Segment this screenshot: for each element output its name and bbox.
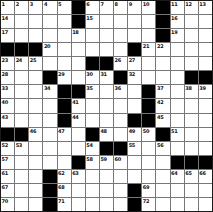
cell-r5-c2[interactable]: 24 [15, 57, 28, 70]
cell-r6-c11[interactable] [142, 71, 155, 84]
cell-r13-c4-block [43, 170, 56, 183]
cell-r6-c13[interactable] [171, 71, 184, 84]
cell-r11-c4[interactable] [43, 142, 56, 155]
cell-r9-c8[interactable] [100, 114, 113, 127]
cell-r2-c10[interactable] [128, 15, 141, 28]
cell-r4-c9[interactable] [114, 43, 127, 56]
clue-number-51: 51 [171, 128, 177, 134]
cell-r8-c14[interactable] [185, 99, 198, 112]
clue-number-57: 57 [2, 156, 8, 162]
cell-r1-c12-block [156, 1, 169, 14]
clue-number-52: 52 [2, 142, 8, 148]
cell-r12-c6-block [72, 156, 85, 169]
cell-r5-c12[interactable] [156, 57, 169, 70]
cell-r6-c14-block [185, 71, 198, 84]
clue-number-10: 10 [143, 1, 149, 7]
cell-r9-c10-block [128, 114, 141, 127]
cell-r13-c6[interactable]: 63 [72, 170, 85, 183]
clue-number-65: 65 [185, 170, 191, 176]
cell-r11-c8-block [100, 142, 113, 155]
cell-r9-c9[interactable] [114, 114, 127, 127]
cell-r15-c2[interactable] [15, 198, 28, 211]
clue-number-47: 47 [58, 128, 64, 134]
cell-r9-c15[interactable] [199, 114, 212, 127]
cell-r2-c15[interactable] [199, 15, 212, 28]
cell-r6-c8[interactable]: 31 [100, 71, 113, 84]
cell-r10-c13[interactable]: 51 [171, 128, 184, 141]
cell-r11-c9-block [114, 142, 127, 155]
cell-r13-c13[interactable]: 64 [171, 170, 184, 183]
cell-r1-c8[interactable]: 7 [100, 1, 113, 14]
clue-number-60: 60 [115, 156, 121, 162]
clue-number-19: 19 [171, 29, 177, 35]
clue-number-13: 13 [199, 1, 205, 7]
cell-r4-c7[interactable] [86, 43, 99, 56]
cell-r6-c1[interactable]: 28 [1, 71, 14, 84]
cell-r13-c9[interactable] [114, 170, 127, 183]
clue-number-2: 2 [16, 1, 19, 7]
cell-r15-c4-block [43, 198, 56, 211]
cell-r6-c15-block [199, 71, 212, 84]
cell-r2-c14[interactable] [185, 15, 198, 28]
cell-r3-c6[interactable]: 18 [72, 29, 85, 42]
cell-r14-c4-block [43, 184, 56, 197]
cell-r6-c6[interactable] [72, 71, 85, 84]
cell-r12-c3[interactable] [29, 156, 42, 169]
cell-r14-c9[interactable] [114, 184, 127, 197]
cell-r15-c5[interactable]: 71 [58, 198, 71, 211]
cell-r5-c3[interactable]: 25 [29, 57, 42, 70]
cell-r13-c1[interactable]: 61 [1, 170, 14, 183]
clue-number-39: 39 [199, 85, 205, 91]
clue-number-6: 6 [86, 1, 89, 7]
cell-r7-c8[interactable] [100, 85, 113, 98]
cell-r4-c14[interactable] [185, 43, 198, 56]
clue-number-27: 27 [129, 57, 135, 63]
cell-r8-c13[interactable] [171, 99, 184, 112]
clue-number-54: 54 [86, 142, 92, 148]
cell-r2-c13[interactable]: 16 [171, 15, 184, 28]
cell-r5-c14[interactable] [185, 57, 198, 70]
cell-r5-c5[interactable] [58, 57, 71, 70]
cell-r2-c9[interactable] [114, 15, 127, 28]
cell-r12-c14-block [185, 156, 198, 169]
cell-r4-c12[interactable]: 22 [156, 43, 169, 56]
cell-r15-c3[interactable] [29, 198, 42, 211]
cell-r4-c2-block [15, 43, 28, 56]
cell-r8-c10[interactable] [128, 99, 141, 112]
cell-r2-c8[interactable] [100, 15, 113, 28]
cell-r1-c9[interactable]: 8 [114, 1, 127, 14]
crossword-puzzle: 1234567891011121314151617181920212223242… [0, 0, 213, 212]
cell-r2-c6-block [72, 15, 85, 28]
cell-r1-c15[interactable]: 13 [199, 1, 212, 14]
cell-r3-c9[interactable] [114, 29, 127, 42]
cell-r5-c4[interactable] [43, 57, 56, 70]
cell-r10-c4[interactable] [43, 128, 56, 141]
cell-r14-c12[interactable] [156, 184, 169, 197]
cell-r10-c1-block [1, 128, 14, 141]
cell-r11-c15[interactable] [199, 142, 212, 155]
cell-r8-c6[interactable]: 41 [72, 99, 85, 112]
cell-r9-c2[interactable] [15, 114, 28, 127]
clue-number-14: 14 [2, 15, 8, 21]
cell-r12-c15-block [199, 156, 212, 169]
cell-r3-c11[interactable] [142, 29, 155, 42]
cell-r12-c12[interactable] [156, 156, 169, 169]
cell-r14-c14[interactable] [185, 184, 198, 197]
cell-r2-c4[interactable] [43, 15, 56, 28]
cell-r14-c3[interactable] [29, 184, 42, 197]
cell-r10-c9[interactable] [114, 128, 127, 141]
cell-r13-c7[interactable] [86, 170, 99, 183]
clue-number-11: 11 [171, 1, 177, 7]
clue-number-71: 71 [58, 198, 64, 204]
cell-r2-c11[interactable] [142, 15, 155, 28]
clue-number-64: 64 [171, 170, 177, 176]
clue-number-62: 62 [58, 170, 64, 176]
clue-number-38: 38 [185, 85, 191, 91]
clue-number-28: 28 [2, 71, 8, 77]
cell-r11-c6[interactable] [72, 142, 85, 155]
clue-number-49: 49 [129, 128, 135, 134]
cell-r13-c2[interactable] [15, 170, 28, 183]
cell-r2-c5[interactable] [58, 15, 71, 28]
cell-r8-c9[interactable] [114, 99, 127, 112]
cell-r1-c10[interactable]: 9 [128, 1, 141, 14]
cell-r4-c6[interactable] [72, 43, 85, 56]
cell-r11-c2[interactable]: 53 [15, 142, 28, 155]
cell-r9-c14[interactable] [185, 114, 198, 127]
cell-r6-c2[interactable] [15, 71, 28, 84]
cell-r15-c7[interactable] [86, 198, 99, 211]
cell-r12-c7[interactable]: 58 [86, 156, 99, 169]
cell-r12-c1[interactable]: 57 [1, 156, 14, 169]
cell-r15-c9[interactable] [114, 198, 127, 211]
cell-r10-c8[interactable]: 48 [100, 128, 113, 141]
clue-number-53: 53 [16, 142, 22, 148]
cell-r14-c6[interactable] [72, 184, 85, 197]
cell-r12-c9[interactable]: 60 [114, 156, 127, 169]
cell-r6-c7[interactable]: 30 [86, 71, 99, 84]
cell-r15-c15[interactable] [199, 198, 212, 211]
cell-r8-c2[interactable] [15, 99, 28, 112]
cell-r1-c3[interactable]: 3 [29, 1, 42, 14]
cell-r9-c1[interactable]: 43 [1, 114, 14, 127]
cell-r12-c11[interactable] [142, 156, 155, 169]
cell-r9-c7[interactable] [86, 114, 99, 127]
cell-r10-c12-block [156, 128, 169, 141]
cell-r10-c3[interactable]: 46 [29, 128, 42, 141]
clue-number-5: 5 [58, 1, 61, 7]
clue-number-42: 42 [157, 99, 163, 105]
cell-r3-c8[interactable] [100, 29, 113, 42]
cell-r10-c6[interactable] [72, 128, 85, 141]
cell-r7-c13[interactable] [171, 85, 184, 98]
cell-r14-c10-block [128, 184, 141, 197]
clue-number-15: 15 [86, 15, 92, 21]
cell-r5-c7-block [86, 57, 99, 70]
cell-r13-c8[interactable] [100, 170, 113, 183]
clue-number-32: 32 [129, 71, 135, 77]
cell-r4-c13[interactable] [171, 43, 184, 56]
cell-r9-c4[interactable] [43, 114, 56, 127]
cell-r9-c13[interactable] [171, 114, 184, 127]
clue-number-45: 45 [157, 114, 163, 120]
cell-r11-c7[interactable]: 54 [86, 142, 99, 155]
cell-r6-c4-block [43, 71, 56, 84]
cell-r7-c3[interactable] [29, 85, 42, 98]
cell-r15-c10-block [128, 198, 141, 211]
cell-r2-c1[interactable]: 14 [1, 15, 14, 28]
cell-r6-c10[interactable]: 32 [128, 71, 141, 84]
cell-r1-c1[interactable]: 1 [1, 1, 14, 14]
cell-r11-c1[interactable]: 52 [1, 142, 14, 155]
clue-number-66: 66 [199, 170, 205, 176]
clue-number-21: 21 [143, 43, 149, 49]
cell-r9-c11-block [142, 114, 155, 127]
clue-number-50: 50 [143, 128, 149, 134]
cell-r10-c11[interactable]: 50 [142, 128, 155, 141]
cell-r5-c6[interactable] [72, 57, 85, 70]
clue-number-18: 18 [72, 29, 78, 35]
clue-number-33: 33 [2, 85, 8, 91]
cell-r5-c11[interactable] [142, 57, 155, 70]
clue-number-69: 69 [143, 184, 149, 190]
cell-r14-c15[interactable] [199, 184, 212, 197]
cell-r7-c11-block [142, 85, 155, 98]
clue-number-43: 43 [2, 114, 8, 120]
cell-r3-c2[interactable] [15, 29, 28, 42]
cell-r4-c10-block [128, 43, 141, 56]
cell-r13-c3[interactable] [29, 170, 42, 183]
cell-r3-c7[interactable] [86, 29, 99, 42]
crossword-grid: 1234567891011121314151617181920212223242… [0, 0, 213, 212]
cell-r14-c2[interactable] [15, 184, 28, 197]
cell-r3-c4[interactable] [43, 29, 56, 42]
cell-r15-c13[interactable] [171, 198, 184, 211]
cell-r2-c2[interactable] [15, 15, 28, 28]
cell-r8-c11-block [142, 99, 155, 112]
cell-r13-c11[interactable] [142, 170, 155, 183]
cell-r15-c14[interactable] [185, 198, 198, 211]
cell-r3-c10[interactable] [128, 29, 141, 42]
cell-r15-c6[interactable] [72, 198, 85, 211]
clue-number-72: 72 [143, 198, 149, 204]
cell-r4-c5[interactable] [58, 43, 71, 56]
cell-r11-c3[interactable] [29, 142, 42, 155]
cell-r15-c8[interactable] [100, 198, 113, 211]
cell-r7-c5-block [58, 85, 71, 98]
clue-number-3: 3 [30, 1, 33, 7]
clue-number-8: 8 [115, 1, 118, 7]
cell-r8-c8[interactable] [100, 99, 113, 112]
cell-r8-c1[interactable]: 40 [1, 99, 14, 112]
cell-r13-c12[interactable] [156, 170, 169, 183]
cell-r9-c12[interactable]: 45 [156, 114, 169, 127]
clue-number-16: 16 [171, 15, 177, 21]
cell-r7-c9[interactable]: 36 [114, 85, 127, 98]
cell-r1-c13[interactable]: 11 [171, 1, 184, 14]
cell-r3-c12-block [156, 29, 169, 42]
clue-number-23: 23 [2, 57, 8, 63]
cell-r6-c3[interactable] [29, 71, 42, 84]
cell-r14-c8[interactable] [100, 184, 113, 197]
cell-r13-c15[interactable]: 66 [199, 170, 212, 183]
cell-r1-c4[interactable]: 4 [43, 1, 56, 14]
cell-r4-c11[interactable]: 21 [142, 43, 155, 56]
cell-r13-c5[interactable]: 62 [58, 170, 71, 183]
clue-number-1: 1 [2, 1, 5, 7]
clue-number-31: 31 [100, 71, 106, 77]
clue-number-30: 30 [86, 71, 92, 77]
cell-r1-c2[interactable]: 2 [15, 1, 28, 14]
clue-number-40: 40 [2, 99, 8, 105]
cell-r6-c12[interactable] [156, 71, 169, 84]
cell-r7-c7[interactable]: 35 [86, 85, 99, 98]
cell-r5-c1[interactable]: 23 [1, 57, 14, 70]
clue-number-20: 20 [44, 43, 50, 49]
cell-r4-c4[interactable]: 20 [43, 43, 56, 56]
cell-r13-c10[interactable] [128, 170, 141, 183]
cell-r5-c10[interactable]: 27 [128, 57, 141, 70]
cell-r14-c7[interactable] [86, 184, 99, 197]
clue-number-41: 41 [72, 99, 78, 105]
cell-r10-c15[interactable] [199, 128, 212, 141]
cell-r14-c11[interactable]: 69 [142, 184, 155, 197]
cell-r9-c5-block [58, 114, 71, 127]
cell-r6-c9-block [114, 71, 127, 84]
cell-r3-c13[interactable]: 19 [171, 29, 184, 42]
clue-number-68: 68 [58, 184, 64, 190]
cell-r5-c9[interactable]: 26 [114, 57, 127, 70]
cell-r8-c4[interactable] [43, 99, 56, 112]
cell-r8-c5-block [58, 99, 71, 112]
cell-r11-c14[interactable] [185, 142, 198, 155]
cell-r14-c13[interactable] [171, 184, 184, 197]
cell-r12-c10[interactable] [128, 156, 141, 169]
clue-number-35: 35 [86, 85, 92, 91]
clue-number-67: 67 [2, 184, 8, 190]
clue-number-4: 4 [44, 1, 47, 7]
cell-r14-c5[interactable]: 68 [58, 184, 71, 197]
cell-r7-c4[interactable]: 34 [43, 85, 56, 98]
cell-r1-c6-block [72, 1, 85, 14]
clue-number-58: 58 [86, 156, 92, 162]
cell-r12-c4[interactable] [43, 156, 56, 169]
cell-r2-c7[interactable]: 15 [86, 15, 99, 28]
cell-r8-c12[interactable]: 42 [156, 99, 169, 112]
cell-r4-c8[interactable] [100, 43, 113, 56]
cell-r5-c8-block [100, 57, 113, 70]
clue-number-63: 63 [72, 170, 78, 176]
cell-r10-c7-block [86, 128, 99, 141]
cell-r11-c11[interactable] [142, 142, 155, 155]
cell-r15-c12[interactable] [156, 198, 169, 211]
cell-r5-c13[interactable] [171, 57, 184, 70]
cell-r1-c11[interactable]: 10 [142, 1, 155, 14]
clue-number-59: 59 [100, 156, 106, 162]
cell-r3-c3[interactable] [29, 29, 42, 42]
cell-r2-c12-block [156, 15, 169, 28]
cell-r12-c13-block [171, 156, 184, 169]
cell-r11-c13[interactable] [171, 142, 184, 155]
cell-r8-c15[interactable] [199, 99, 212, 112]
clue-number-46: 46 [30, 128, 36, 134]
cell-r11-c5[interactable] [58, 142, 71, 155]
cell-r3-c15[interactable] [199, 29, 212, 42]
clue-number-44: 44 [72, 114, 78, 120]
cell-r10-c5[interactable]: 47 [58, 128, 71, 141]
cell-r4-c1-block [1, 43, 14, 56]
clue-number-12: 12 [185, 1, 191, 7]
cell-r13-c14[interactable]: 65 [185, 170, 198, 183]
cell-r8-c3[interactable] [29, 99, 42, 112]
cell-r7-c1[interactable]: 33 [1, 85, 14, 98]
cell-r9-c6[interactable]: 44 [72, 114, 85, 127]
cell-r3-c14[interactable] [185, 29, 198, 42]
clue-number-36: 36 [115, 85, 121, 91]
cell-r9-c3[interactable] [29, 114, 42, 127]
clue-number-7: 7 [100, 1, 103, 7]
cell-r15-c11[interactable]: 72 [142, 198, 155, 211]
clue-number-56: 56 [157, 142, 163, 148]
cell-r7-c12[interactable]: 37 [156, 85, 169, 98]
cell-r1-c7[interactable]: 6 [86, 1, 99, 14]
clue-number-25: 25 [30, 57, 36, 63]
cell-r11-c10[interactable]: 55 [128, 142, 141, 155]
cell-r12-c8[interactable]: 59 [100, 156, 113, 169]
cell-r7-c2[interactable] [15, 85, 28, 98]
cell-r1-c5[interactable]: 5 [58, 1, 71, 14]
cell-r14-c1[interactable]: 67 [1, 184, 14, 197]
cell-r3-c5[interactable] [58, 29, 71, 42]
cell-r10-c10[interactable]: 49 [128, 128, 141, 141]
clue-number-22: 22 [157, 43, 163, 49]
clue-number-70: 70 [2, 198, 8, 204]
cell-r7-c14[interactable]: 38 [185, 85, 198, 98]
clue-number-48: 48 [100, 128, 106, 134]
clue-number-34: 34 [44, 85, 50, 91]
cell-r6-c5[interactable]: 29 [58, 71, 71, 84]
cell-r1-c14[interactable]: 12 [185, 1, 198, 14]
cell-r15-c1[interactable]: 70 [1, 198, 14, 211]
cell-r4-c15[interactable] [199, 43, 212, 56]
clue-number-61: 61 [2, 170, 8, 176]
clue-number-26: 26 [115, 57, 121, 63]
cell-r8-c7[interactable] [86, 99, 99, 112]
cell-r4-c3-block [29, 43, 42, 56]
cell-r7-c10[interactable] [128, 85, 141, 98]
clue-number-29: 29 [58, 71, 64, 77]
cell-r2-c3[interactable] [29, 15, 42, 28]
cell-r5-c15[interactable] [199, 57, 212, 70]
clue-number-37: 37 [157, 85, 163, 91]
clue-number-17: 17 [2, 29, 8, 35]
cell-r11-c12[interactable]: 56 [156, 142, 169, 155]
cell-r12-c2[interactable] [15, 156, 28, 169]
cell-r12-c5[interactable] [58, 156, 71, 169]
cell-r10-c14[interactable] [185, 128, 198, 141]
cell-r3-c1[interactable]: 17 [1, 29, 14, 42]
cell-r7-c6-block [72, 85, 85, 98]
cell-r10-c2-block [15, 128, 28, 141]
cell-r7-c15[interactable]: 39 [199, 85, 212, 98]
clue-number-9: 9 [129, 1, 132, 7]
clue-number-55: 55 [129, 142, 135, 148]
clue-number-24: 24 [16, 57, 22, 63]
